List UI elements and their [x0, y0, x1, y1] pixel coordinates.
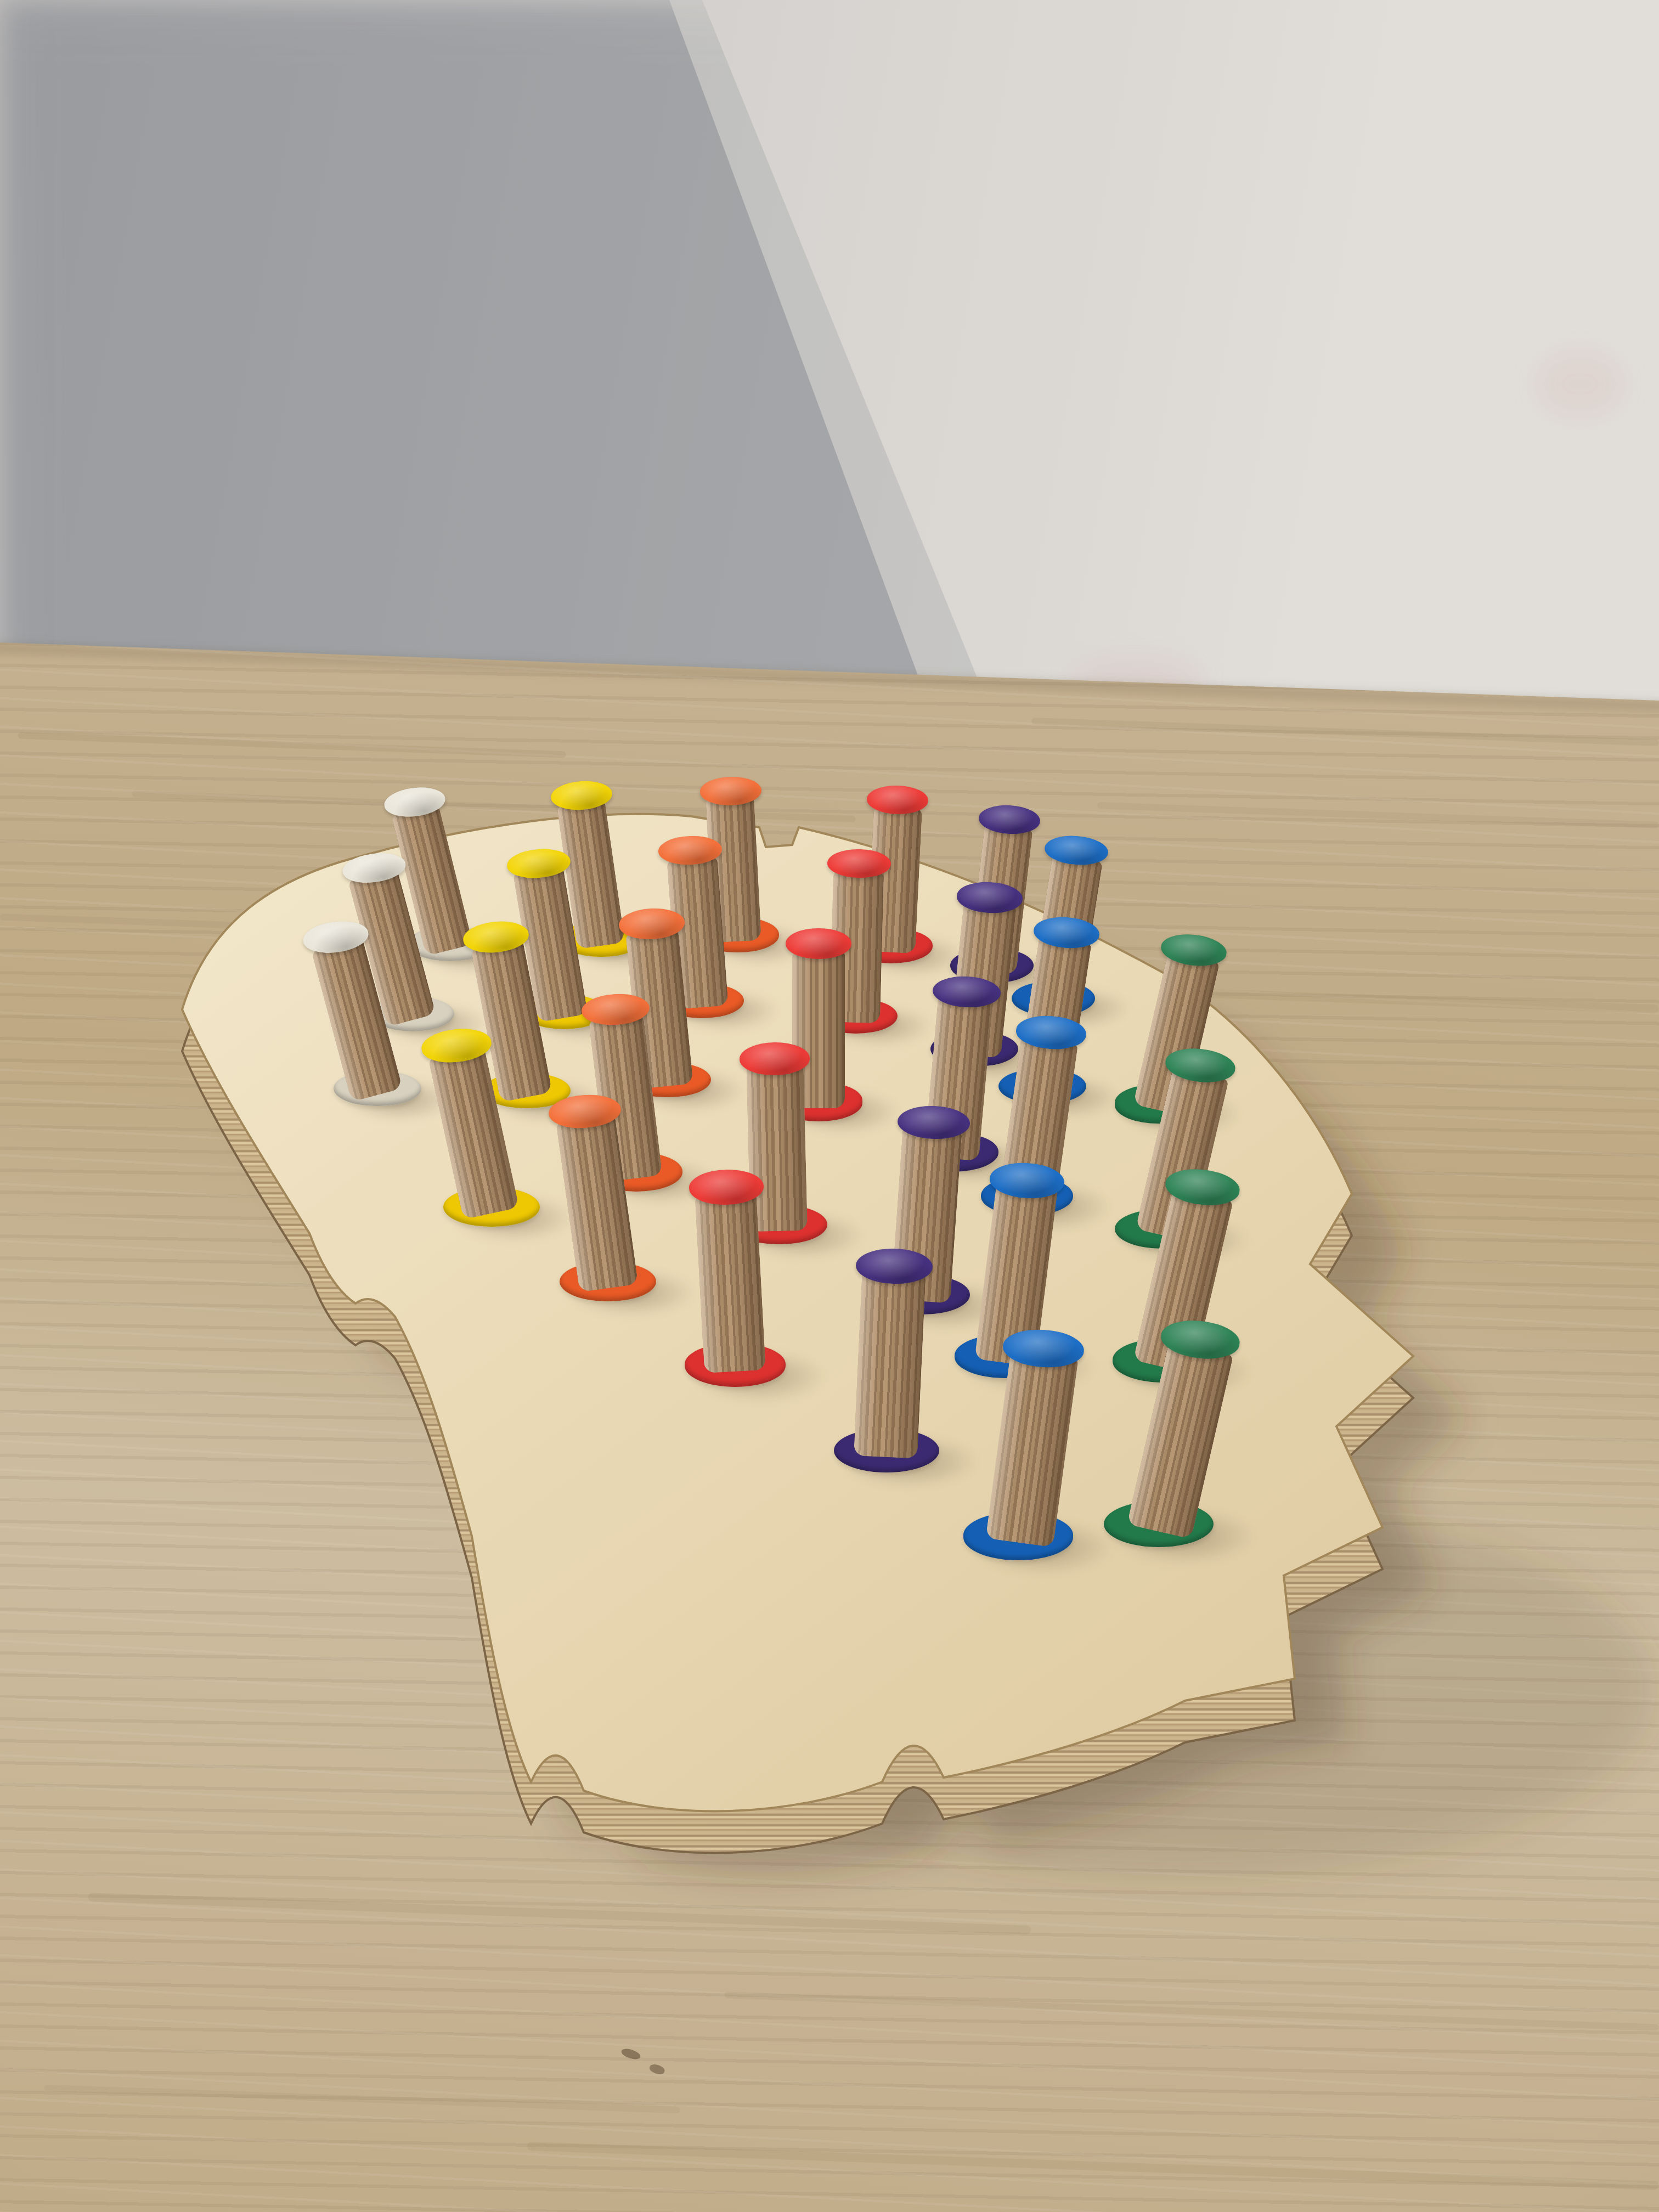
peg-purple-5[interactable] [854, 1272, 927, 1459]
photo-viewport [0, 0, 1659, 2212]
peg-red-5[interactable] [695, 1193, 766, 1373]
peg-cap-orange-1 [698, 775, 760, 805]
peg-layer [0, 0, 1659, 2212]
scene-stage [0, 0, 1659, 2212]
